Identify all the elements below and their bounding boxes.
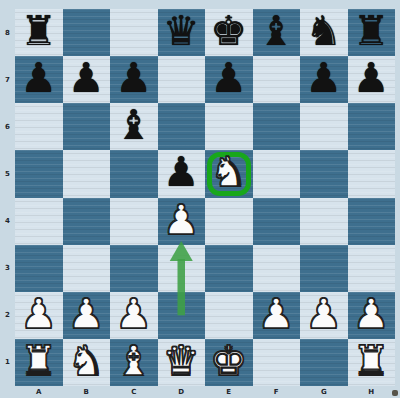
square-e8[interactable]: ♚	[205, 9, 253, 56]
square-b2[interactable]: ♟	[63, 292, 111, 339]
piece-black-pawn[interactable]: ♟	[163, 152, 200, 193]
square-f2[interactable]: ♟	[253, 292, 301, 339]
square-h4[interactable]	[348, 198, 396, 245]
rank-label-4: 4	[0, 198, 15, 245]
square-b7[interactable]: ♟	[63, 56, 111, 103]
square-h6[interactable]	[348, 103, 396, 150]
rank-label-3: 3	[0, 245, 15, 292]
piece-black-rook[interactable]: ♜	[20, 11, 57, 52]
rank-label-7: 7	[0, 56, 15, 103]
square-a1[interactable]: ♜	[15, 339, 63, 386]
square-g3[interactable]	[300, 245, 348, 292]
square-c6[interactable]: ♝	[110, 103, 158, 150]
piece-white-queen[interactable]: ♛	[163, 341, 200, 382]
square-a6[interactable]	[15, 103, 63, 150]
square-f1[interactable]	[253, 339, 301, 386]
square-f4[interactable]	[253, 198, 301, 245]
piece-black-bishop[interactable]: ♝	[115, 105, 152, 146]
piece-black-pawn[interactable]: ♟	[353, 58, 390, 99]
square-c3[interactable]	[110, 245, 158, 292]
square-d1[interactable]: ♛	[158, 339, 206, 386]
chess-board-window: 87654321 ♜♛♚♝♞♜♟♟♟♟♟♟♝♟♞♟♟♟♟♟♟♟♜♞♝♛♚♜ AB…	[0, 0, 400, 398]
rank-label-6: 6	[0, 103, 15, 150]
square-e3[interactable]	[205, 245, 253, 292]
rank-label-5: 5	[0, 150, 15, 197]
piece-black-king[interactable]: ♚	[210, 11, 247, 52]
file-label-b: B	[63, 386, 111, 398]
square-a2[interactable]: ♟	[15, 292, 63, 339]
square-c5[interactable]	[110, 150, 158, 197]
piece-white-pawn[interactable]: ♟	[20, 294, 57, 335]
square-h3[interactable]	[348, 245, 396, 292]
file-labels: ABCDEFGH	[15, 386, 395, 398]
square-g2[interactable]: ♟	[300, 292, 348, 339]
square-c7[interactable]: ♟	[110, 56, 158, 103]
square-f5[interactable]	[253, 150, 301, 197]
square-f3[interactable]	[253, 245, 301, 292]
file-label-c: C	[110, 386, 158, 398]
square-d7[interactable]	[158, 56, 206, 103]
square-d8[interactable]: ♛	[158, 9, 206, 56]
resize-grip-dot	[392, 390, 398, 396]
piece-black-queen[interactable]: ♛	[163, 11, 200, 52]
square-e1[interactable]: ♚	[205, 339, 253, 386]
piece-white-king[interactable]: ♚	[210, 341, 247, 382]
piece-white-rook[interactable]: ♜	[353, 341, 390, 382]
chess-board: ♜♛♚♝♞♜♟♟♟♟♟♟♝♟♞♟♟♟♟♟♟♟♜♞♝♛♚♜	[15, 9, 395, 386]
rank-labels: 87654321	[0, 9, 15, 386]
square-a4[interactable]	[15, 198, 63, 245]
square-c8[interactable]	[110, 9, 158, 56]
square-b5[interactable]	[63, 150, 111, 197]
square-c1[interactable]: ♝	[110, 339, 158, 386]
square-g1[interactable]	[300, 339, 348, 386]
square-b4[interactable]	[63, 198, 111, 245]
square-f6[interactable]	[253, 103, 301, 150]
square-e2[interactable]	[205, 292, 253, 339]
file-label-f: F	[253, 386, 301, 398]
square-a3[interactable]	[15, 245, 63, 292]
piece-black-pawn[interactable]: ♟	[210, 58, 247, 99]
piece-black-pawn[interactable]: ♟	[68, 58, 105, 99]
piece-black-pawn[interactable]: ♟	[305, 58, 342, 99]
file-label-e: E	[205, 386, 253, 398]
square-a8[interactable]: ♜	[15, 9, 63, 56]
square-h2[interactable]: ♟	[348, 292, 396, 339]
piece-black-pawn[interactable]: ♟	[115, 58, 152, 99]
piece-white-pawn[interactable]: ♟	[353, 294, 390, 335]
square-g6[interactable]	[300, 103, 348, 150]
square-e7[interactable]: ♟	[205, 56, 253, 103]
square-g5[interactable]	[300, 150, 348, 197]
square-h7[interactable]: ♟	[348, 56, 396, 103]
piece-white-pawn[interactable]: ♟	[68, 294, 105, 335]
square-h8[interactable]: ♜	[348, 9, 396, 56]
square-d5[interactable]: ♟	[158, 150, 206, 197]
square-e5[interactable]: ♞	[205, 150, 253, 197]
piece-black-bishop[interactable]: ♝	[258, 11, 295, 52]
rank-label-2: 2	[0, 292, 15, 339]
square-a5[interactable]	[15, 150, 63, 197]
rank-label-8: 8	[0, 9, 15, 56]
piece-white-pawn[interactable]: ♟	[258, 294, 295, 335]
square-e6[interactable]	[205, 103, 253, 150]
square-d6[interactable]	[158, 103, 206, 150]
piece-black-pawn[interactable]: ♟	[20, 58, 57, 99]
piece-black-rook[interactable]: ♜	[353, 11, 390, 52]
square-d3[interactable]	[158, 245, 206, 292]
piece-white-pawn[interactable]: ♟	[163, 200, 200, 241]
square-c4[interactable]	[110, 198, 158, 245]
square-c2[interactable]: ♟	[110, 292, 158, 339]
piece-black-knight[interactable]: ♞	[305, 11, 342, 52]
file-label-h: H	[348, 386, 396, 398]
rank-label-1: 1	[0, 339, 15, 386]
square-d2[interactable]	[158, 292, 206, 339]
file-label-d: D	[158, 386, 206, 398]
file-label-g: G	[300, 386, 348, 398]
square-b3[interactable]	[63, 245, 111, 292]
piece-white-rook[interactable]: ♜	[20, 341, 57, 382]
square-g4[interactable]	[300, 198, 348, 245]
piece-white-knight[interactable]: ♞	[68, 341, 105, 382]
square-b6[interactable]	[63, 103, 111, 150]
piece-white-knight[interactable]: ♞	[210, 152, 247, 193]
square-e4[interactable]	[205, 198, 253, 245]
piece-white-pawn[interactable]: ♟	[115, 294, 152, 335]
square-h1[interactable]: ♜	[348, 339, 396, 386]
square-f8[interactable]: ♝	[253, 9, 301, 56]
square-a7[interactable]: ♟	[15, 56, 63, 103]
file-label-a: A	[15, 386, 63, 398]
square-g8[interactable]: ♞	[300, 9, 348, 56]
square-h5[interactable]	[348, 150, 396, 197]
square-g7[interactable]: ♟	[300, 56, 348, 103]
square-f7[interactable]	[253, 56, 301, 103]
piece-white-pawn[interactable]: ♟	[305, 294, 342, 335]
square-b8[interactable]	[63, 9, 111, 56]
piece-white-bishop[interactable]: ♝	[115, 341, 152, 382]
square-b1[interactable]: ♞	[63, 339, 111, 386]
square-d4[interactable]: ♟	[158, 198, 206, 245]
